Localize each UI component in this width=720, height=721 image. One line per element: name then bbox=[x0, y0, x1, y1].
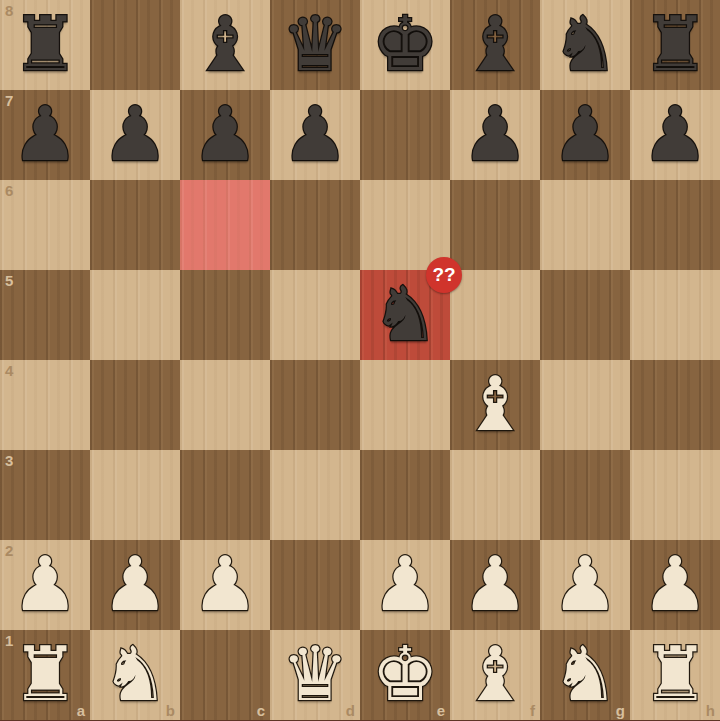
square-d3[interactable] bbox=[270, 450, 360, 540]
square-h7[interactable]: ♟ bbox=[630, 90, 720, 180]
square-b4[interactable] bbox=[90, 360, 180, 450]
square-d2[interactable] bbox=[270, 540, 360, 630]
square-c6[interactable] bbox=[180, 180, 270, 270]
square-e7[interactable] bbox=[360, 90, 450, 180]
chess-board: 8♜♝♛♚♝♞♜7♟♟♟♟♟♟♟65♞4♝32♟♟♟♟♟♟♟1a♜b♞cd♛e♚… bbox=[0, 0, 720, 720]
square-b6[interactable] bbox=[90, 180, 180, 270]
piece-black-rook[interactable]: ♜ bbox=[630, 0, 720, 90]
piece-black-king[interactable]: ♚ bbox=[360, 0, 450, 90]
piece-white-pawn[interactable]: ♟ bbox=[360, 540, 450, 630]
piece-black-pawn[interactable]: ♟ bbox=[540, 90, 630, 180]
square-g2[interactable]: ♟ bbox=[540, 540, 630, 630]
piece-black-bishop[interactable]: ♝ bbox=[180, 0, 270, 90]
file-label-c: c bbox=[257, 703, 265, 718]
rank-label-5: 5 bbox=[5, 273, 13, 288]
square-e2[interactable]: ♟ bbox=[360, 540, 450, 630]
square-a8[interactable]: 8♜ bbox=[0, 0, 90, 90]
square-b5[interactable] bbox=[90, 270, 180, 360]
square-b3[interactable] bbox=[90, 450, 180, 540]
square-a3[interactable]: 3 bbox=[0, 450, 90, 540]
piece-white-bishop[interactable]: ♝ bbox=[450, 360, 540, 450]
rank-label-6: 6 bbox=[5, 183, 13, 198]
square-b1[interactable]: b♞ bbox=[90, 630, 180, 720]
piece-white-pawn[interactable]: ♟ bbox=[90, 540, 180, 630]
square-e4[interactable] bbox=[360, 360, 450, 450]
piece-black-pawn[interactable]: ♟ bbox=[450, 90, 540, 180]
square-f6[interactable] bbox=[450, 180, 540, 270]
chess-app-stage: 8♜♝♛♚♝♞♜7♟♟♟♟♟♟♟65♞4♝32♟♟♟♟♟♟♟1a♜b♞cd♛e♚… bbox=[0, 0, 720, 721]
square-a2[interactable]: 2♟ bbox=[0, 540, 90, 630]
square-f4[interactable]: ♝ bbox=[450, 360, 540, 450]
square-f7[interactable]: ♟ bbox=[450, 90, 540, 180]
rank-label-3: 3 bbox=[5, 453, 13, 468]
square-e1[interactable]: e♚ bbox=[360, 630, 450, 720]
square-g3[interactable] bbox=[540, 450, 630, 540]
rank-label-4: 4 bbox=[5, 363, 13, 378]
square-c1[interactable]: c bbox=[180, 630, 270, 720]
piece-black-knight[interactable]: ♞ bbox=[540, 0, 630, 90]
blunder-badge: ?? bbox=[426, 257, 462, 293]
square-a5[interactable]: 5 bbox=[0, 270, 90, 360]
piece-black-pawn[interactable]: ♟ bbox=[180, 90, 270, 180]
piece-white-king[interactable]: ♚ bbox=[360, 630, 450, 720]
square-b2[interactable]: ♟ bbox=[90, 540, 180, 630]
square-a1[interactable]: 1a♜ bbox=[0, 630, 90, 720]
piece-white-pawn[interactable]: ♟ bbox=[0, 540, 90, 630]
piece-white-pawn[interactable]: ♟ bbox=[450, 540, 540, 630]
piece-white-pawn[interactable]: ♟ bbox=[630, 540, 720, 630]
square-g6[interactable] bbox=[540, 180, 630, 270]
piece-white-rook[interactable]: ♜ bbox=[0, 630, 90, 720]
square-g7[interactable]: ♟ bbox=[540, 90, 630, 180]
square-g5[interactable] bbox=[540, 270, 630, 360]
piece-black-rook[interactable]: ♜ bbox=[0, 0, 90, 90]
square-h1[interactable]: h♜ bbox=[630, 630, 720, 720]
square-f2[interactable]: ♟ bbox=[450, 540, 540, 630]
piece-black-pawn[interactable]: ♟ bbox=[90, 90, 180, 180]
square-h8[interactable]: ♜ bbox=[630, 0, 720, 90]
square-e3[interactable] bbox=[360, 450, 450, 540]
square-e6[interactable] bbox=[360, 180, 450, 270]
piece-white-rook[interactable]: ♜ bbox=[630, 630, 720, 720]
square-c3[interactable] bbox=[180, 450, 270, 540]
piece-black-queen[interactable]: ♛ bbox=[270, 0, 360, 90]
piece-black-pawn[interactable]: ♟ bbox=[270, 90, 360, 180]
square-d1[interactable]: d♛ bbox=[270, 630, 360, 720]
square-h2[interactable]: ♟ bbox=[630, 540, 720, 630]
square-h3[interactable] bbox=[630, 450, 720, 540]
square-d8[interactable]: ♛ bbox=[270, 0, 360, 90]
square-h5[interactable] bbox=[630, 270, 720, 360]
square-f1[interactable]: f♝ bbox=[450, 630, 540, 720]
piece-black-pawn[interactable]: ♟ bbox=[630, 90, 720, 180]
square-h6[interactable] bbox=[630, 180, 720, 270]
square-g1[interactable]: g♞ bbox=[540, 630, 630, 720]
square-c2[interactable]: ♟ bbox=[180, 540, 270, 630]
square-d4[interactable] bbox=[270, 360, 360, 450]
square-a7[interactable]: 7♟ bbox=[0, 90, 90, 180]
square-f3[interactable] bbox=[450, 450, 540, 540]
piece-white-knight[interactable]: ♞ bbox=[90, 630, 180, 720]
square-f8[interactable]: ♝ bbox=[450, 0, 540, 90]
piece-white-pawn[interactable]: ♟ bbox=[180, 540, 270, 630]
square-c7[interactable]: ♟ bbox=[180, 90, 270, 180]
square-c8[interactable]: ♝ bbox=[180, 0, 270, 90]
square-e8[interactable]: ♚ bbox=[360, 0, 450, 90]
square-d6[interactable] bbox=[270, 180, 360, 270]
piece-black-bishop[interactable]: ♝ bbox=[450, 0, 540, 90]
square-f5[interactable] bbox=[450, 270, 540, 360]
square-d7[interactable]: ♟ bbox=[270, 90, 360, 180]
piece-white-pawn[interactable]: ♟ bbox=[540, 540, 630, 630]
square-c4[interactable] bbox=[180, 360, 270, 450]
square-c5[interactable] bbox=[180, 270, 270, 360]
square-b8[interactable] bbox=[90, 0, 180, 90]
piece-black-pawn[interactable]: ♟ bbox=[0, 90, 90, 180]
square-a4[interactable]: 4 bbox=[0, 360, 90, 450]
piece-white-knight[interactable]: ♞ bbox=[540, 630, 630, 720]
square-d5[interactable] bbox=[270, 270, 360, 360]
square-g8[interactable]: ♞ bbox=[540, 0, 630, 90]
piece-white-queen[interactable]: ♛ bbox=[270, 630, 360, 720]
square-a6[interactable]: 6 bbox=[0, 180, 90, 270]
square-b7[interactable]: ♟ bbox=[90, 90, 180, 180]
piece-white-bishop[interactable]: ♝ bbox=[450, 630, 540, 720]
square-g4[interactable] bbox=[540, 360, 630, 450]
square-h4[interactable] bbox=[630, 360, 720, 450]
